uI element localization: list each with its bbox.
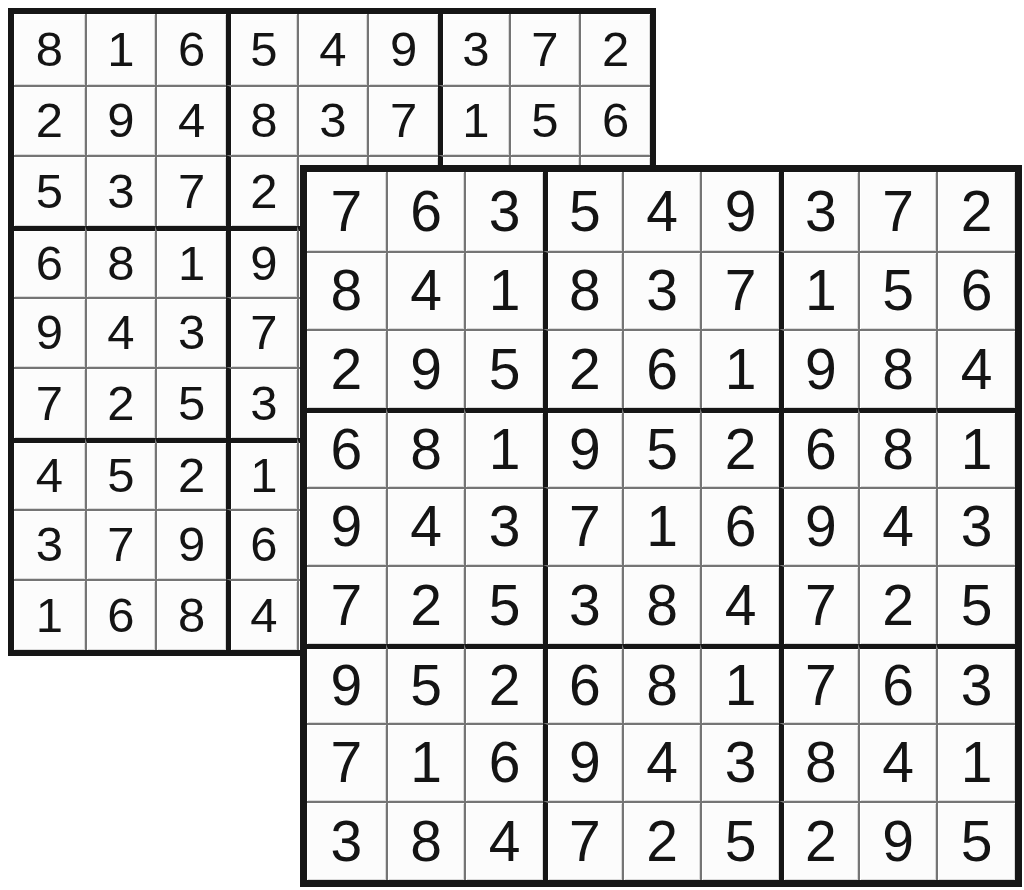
cell-r5c5: 1 xyxy=(622,487,701,566)
cell-r7c8: 6 xyxy=(858,644,937,723)
cell-r3c2: 9 xyxy=(386,329,465,408)
cell-r2c6: 7 xyxy=(700,251,779,330)
cell-r1c3: 6 xyxy=(155,14,226,85)
cell-r8c4: 6 xyxy=(226,509,297,580)
cell-r5c4: 7 xyxy=(226,297,297,368)
cell-r8c2: 1 xyxy=(386,723,465,802)
cell-r7c5: 8 xyxy=(622,644,701,723)
cell-r7c9: 3 xyxy=(936,644,1015,723)
cell-r9c9: 5 xyxy=(936,801,1015,880)
cell-r8c6: 3 xyxy=(700,723,779,802)
cell-r4c2: 8 xyxy=(85,226,156,297)
cell-r2c1: 2 xyxy=(14,85,85,156)
cell-r9c7: 2 xyxy=(779,801,858,880)
cell-r2c5: 3 xyxy=(622,251,701,330)
cell-r3c3: 7 xyxy=(155,155,226,226)
cell-r9c6: 5 xyxy=(700,801,779,880)
cell-r1c5: 4 xyxy=(622,172,701,251)
cell-r1c7: 3 xyxy=(779,172,858,251)
cell-r6c1: 7 xyxy=(307,565,386,644)
cell-r2c2: 9 xyxy=(85,85,156,156)
cell-r9c4: 7 xyxy=(543,801,622,880)
cell-r6c1: 7 xyxy=(14,367,85,438)
cell-r2c8: 5 xyxy=(509,85,580,156)
cell-r1c7: 3 xyxy=(438,14,509,85)
cell-r1c4: 5 xyxy=(226,14,297,85)
cell-r9c3: 4 xyxy=(464,801,543,880)
cell-r7c3: 2 xyxy=(464,644,543,723)
cell-r1c5: 4 xyxy=(297,14,368,85)
cell-r9c8: 9 xyxy=(858,801,937,880)
cell-r3c9: 4 xyxy=(936,329,1015,408)
cell-r7c3: 2 xyxy=(155,438,226,509)
cell-r3c5: 6 xyxy=(622,329,701,408)
cell-r4c8: 8 xyxy=(858,408,937,487)
cell-r1c4: 5 xyxy=(543,172,622,251)
cell-r2c7: 1 xyxy=(438,85,509,156)
cell-r7c7: 7 xyxy=(779,644,858,723)
cell-r6c8: 2 xyxy=(858,565,937,644)
cell-r2c4: 8 xyxy=(226,85,297,156)
cell-r3c8: 8 xyxy=(858,329,937,408)
cell-r9c1: 3 xyxy=(307,801,386,880)
cell-r8c7: 8 xyxy=(779,723,858,802)
cell-r1c1: 7 xyxy=(307,172,386,251)
cell-r4c1: 6 xyxy=(14,226,85,297)
cell-r8c9: 1 xyxy=(936,723,1015,802)
cell-r5c7: 9 xyxy=(779,487,858,566)
cell-r2c4: 8 xyxy=(543,251,622,330)
cell-r4c1: 6 xyxy=(307,408,386,487)
cell-r3c6: 1 xyxy=(700,329,779,408)
cell-r3c4: 2 xyxy=(543,329,622,408)
cell-r6c3: 5 xyxy=(155,367,226,438)
cell-r3c2: 3 xyxy=(85,155,156,226)
front-sudoku-board: 7635493728418371562952619846819526819437… xyxy=(300,165,1022,887)
cell-r4c3: 1 xyxy=(155,226,226,297)
cell-r6c6: 4 xyxy=(700,565,779,644)
cell-r7c4: 6 xyxy=(543,644,622,723)
cell-r2c3: 4 xyxy=(155,85,226,156)
cell-r6c3: 5 xyxy=(464,565,543,644)
cell-r4c5: 5 xyxy=(622,408,701,487)
cell-r7c1: 9 xyxy=(307,644,386,723)
cell-r3c1: 2 xyxy=(307,329,386,408)
cell-r8c8: 4 xyxy=(858,723,937,802)
cell-r5c3: 3 xyxy=(155,297,226,368)
cell-r7c1: 4 xyxy=(14,438,85,509)
cell-r2c7: 1 xyxy=(779,251,858,330)
cell-r6c5: 8 xyxy=(622,565,701,644)
cell-r1c2: 1 xyxy=(85,14,156,85)
cell-r4c4: 9 xyxy=(543,408,622,487)
cell-r2c8: 5 xyxy=(858,251,937,330)
cell-r8c2: 7 xyxy=(85,509,156,580)
cell-r2c3: 1 xyxy=(464,251,543,330)
cell-r3c3: 5 xyxy=(464,329,543,408)
cell-r7c6: 1 xyxy=(700,644,779,723)
cell-r7c2: 5 xyxy=(386,644,465,723)
cell-r6c9: 5 xyxy=(936,565,1015,644)
cell-r4c2: 8 xyxy=(386,408,465,487)
cell-r4c4: 9 xyxy=(226,226,297,297)
cell-r8c1: 7 xyxy=(307,723,386,802)
cell-r2c9: 6 xyxy=(579,85,650,156)
cell-r5c1: 9 xyxy=(14,297,85,368)
cell-r4c9: 1 xyxy=(936,408,1015,487)
cell-r2c2: 4 xyxy=(386,251,465,330)
cell-r1c1: 8 xyxy=(14,14,85,85)
cell-r8c5: 4 xyxy=(622,723,701,802)
cell-r3c4: 2 xyxy=(226,155,297,226)
cell-r4c6: 2 xyxy=(700,408,779,487)
cell-r6c4: 3 xyxy=(226,367,297,438)
cell-r1c8: 7 xyxy=(858,172,937,251)
cell-r7c4: 1 xyxy=(226,438,297,509)
cell-r9c3: 8 xyxy=(155,579,226,650)
cell-r2c9: 6 xyxy=(936,251,1015,330)
cell-r6c2: 2 xyxy=(386,565,465,644)
cell-r8c3: 9 xyxy=(155,509,226,580)
cell-r1c6: 9 xyxy=(367,14,438,85)
cell-r8c1: 3 xyxy=(14,509,85,580)
cell-r9c2: 8 xyxy=(386,801,465,880)
cell-r7c2: 5 xyxy=(85,438,156,509)
cell-r1c9: 2 xyxy=(579,14,650,85)
cell-r9c4: 4 xyxy=(226,579,297,650)
cell-r8c3: 6 xyxy=(464,723,543,802)
cell-r1c2: 6 xyxy=(386,172,465,251)
cell-r1c3: 3 xyxy=(464,172,543,251)
cell-r1c6: 9 xyxy=(700,172,779,251)
cell-r2c5: 3 xyxy=(297,85,368,156)
cell-r4c7: 6 xyxy=(779,408,858,487)
cell-r1c8: 7 xyxy=(509,14,580,85)
cell-r8c4: 9 xyxy=(543,723,622,802)
cell-r5c3: 3 xyxy=(464,487,543,566)
cell-r1c9: 2 xyxy=(936,172,1015,251)
cell-r5c4: 7 xyxy=(543,487,622,566)
cell-r5c2: 4 xyxy=(386,487,465,566)
cell-r6c7: 7 xyxy=(779,565,858,644)
cell-r5c9: 3 xyxy=(936,487,1015,566)
cell-r4c3: 1 xyxy=(464,408,543,487)
cell-r9c2: 6 xyxy=(85,579,156,650)
cell-r6c2: 2 xyxy=(85,367,156,438)
cell-r3c7: 9 xyxy=(779,329,858,408)
cell-r2c1: 8 xyxy=(307,251,386,330)
cell-r9c5: 2 xyxy=(622,801,701,880)
cell-r5c2: 4 xyxy=(85,297,156,368)
cell-r5c8: 4 xyxy=(858,487,937,566)
cell-r3c1: 5 xyxy=(14,155,85,226)
cell-r9c1: 1 xyxy=(14,579,85,650)
cell-r5c1: 9 xyxy=(307,487,386,566)
cell-r6c4: 3 xyxy=(543,565,622,644)
cell-r5c6: 6 xyxy=(700,487,779,566)
cell-r2c6: 7 xyxy=(367,85,438,156)
